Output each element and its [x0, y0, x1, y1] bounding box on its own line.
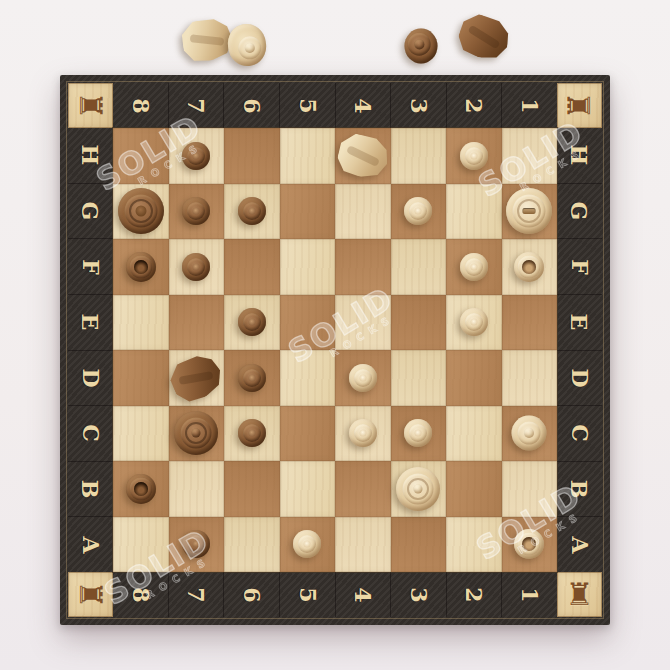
file-label: C	[566, 425, 592, 443]
rank-label-cell: 6	[223, 572, 279, 617]
file-label: C	[77, 425, 103, 443]
square-c8	[113, 406, 169, 462]
square-f7	[169, 239, 225, 295]
square-a7	[169, 517, 225, 573]
rook-icon: ♜	[564, 92, 595, 120]
file-label-cell: A	[557, 516, 602, 572]
square-a5	[280, 517, 336, 573]
square-h4	[335, 128, 391, 184]
file-label-cell: B	[68, 461, 113, 517]
knight-body	[455, 11, 514, 64]
square-d3	[391, 350, 447, 406]
file-label: D	[77, 368, 103, 387]
square-e7	[169, 295, 225, 351]
file-label-cell: B	[557, 461, 602, 517]
rank-label-cell: 6	[223, 83, 279, 128]
file-label: A	[566, 536, 592, 553]
square-c7	[169, 406, 225, 462]
square-a4	[335, 517, 391, 573]
square-e6	[224, 295, 280, 351]
rank-label: 7	[183, 587, 209, 602]
square-h1	[502, 128, 558, 184]
square-b5	[280, 461, 336, 517]
square-h3	[391, 128, 447, 184]
rook-icon: ♜	[75, 581, 106, 609]
rank-label-cell: 3	[390, 572, 446, 617]
square-e8	[113, 295, 169, 351]
square-g2	[446, 184, 502, 240]
bishop-mid	[238, 36, 261, 59]
square-g5	[280, 184, 336, 240]
square-b7	[169, 461, 225, 517]
square-f5	[280, 239, 336, 295]
rank-label-cell: 2	[446, 83, 502, 128]
file-label: H	[566, 145, 592, 166]
file-label-cell: D	[557, 350, 602, 406]
file-label: D	[566, 368, 592, 387]
file-label: G	[566, 202, 592, 221]
knight-mane	[467, 25, 500, 50]
rank-label: 8	[127, 587, 153, 602]
square-c1	[502, 406, 558, 462]
rank-label-cell: 7	[168, 572, 224, 617]
rank-label: 6	[239, 587, 265, 602]
square-d5	[280, 350, 336, 406]
file-label: B	[566, 480, 592, 499]
rank-label: 3	[405, 587, 431, 602]
bishop-mid	[408, 33, 431, 56]
rank-label-cell: 1	[501, 83, 557, 128]
square-e3	[391, 295, 447, 351]
knight-mane	[190, 34, 225, 46]
square-h2	[446, 128, 502, 184]
square-c6	[224, 406, 280, 462]
square-d4	[335, 350, 391, 406]
corner-emblem-top-left: ♜	[68, 83, 113, 128]
square-b4	[335, 461, 391, 517]
rank-label: 4	[350, 98, 376, 113]
file-label: F	[78, 259, 104, 275]
square-b8	[113, 461, 169, 517]
rank-label-cell: 4	[335, 572, 391, 617]
square-a2	[446, 517, 502, 573]
file-labels-right: HGFEDCBA	[557, 128, 602, 572]
file-label-cell: G	[68, 183, 113, 239]
square-e2	[446, 295, 502, 351]
rank-label: 6	[239, 98, 265, 113]
square-f8	[113, 239, 169, 295]
file-label-cell: F	[557, 238, 602, 294]
bishop-base	[225, 22, 268, 69]
square-f6	[224, 239, 280, 295]
rank-label-cell: 5	[279, 83, 335, 128]
rank-labels-top: 87654321	[113, 83, 557, 128]
corner-emblem-bottom-left: ♜	[68, 572, 113, 617]
rank-label-cell: 3	[390, 83, 446, 128]
square-d6	[224, 350, 280, 406]
file-label: E	[567, 314, 593, 331]
square-g7	[169, 184, 225, 240]
rank-label: 1	[517, 98, 543, 113]
rank-label: 1	[517, 587, 543, 602]
square-a6	[224, 517, 280, 573]
rank-label: 5	[294, 587, 320, 602]
square-h5	[280, 128, 336, 184]
file-label: B	[77, 480, 103, 499]
file-label-cell: C	[68, 405, 113, 461]
square-c3	[391, 406, 447, 462]
rank-label: 2	[461, 587, 487, 602]
scene: ♜ ♜ ♜ ♜ 87654321 87654321 HGFEDCBA HGFED…	[0, 0, 670, 670]
square-g3	[391, 184, 447, 240]
file-label: E	[78, 314, 104, 331]
rank-label-cell: 8	[113, 572, 168, 617]
file-label-cell: C	[557, 405, 602, 461]
rook-icon: ♜	[75, 92, 106, 120]
square-f3	[391, 239, 447, 295]
file-label: A	[77, 536, 103, 553]
square-c4	[335, 406, 391, 462]
rank-label: 5	[294, 98, 320, 113]
file-labels-left: HGFEDCBA	[68, 128, 113, 572]
square-b2	[446, 461, 502, 517]
bishop-base	[405, 29, 438, 64]
square-b6	[224, 461, 280, 517]
rank-label: 4	[350, 587, 376, 602]
file-label-cell: E	[557, 294, 602, 350]
bishop-ball	[245, 43, 255, 53]
square-d1	[502, 350, 558, 406]
file-label-cell: H	[68, 128, 113, 183]
square-d7	[169, 350, 225, 406]
square-c2	[446, 406, 502, 462]
bishop-ball	[414, 39, 424, 49]
square-c5	[280, 406, 336, 462]
file-label-cell: D	[68, 350, 113, 406]
file-label-cell: E	[68, 294, 113, 350]
square-e5	[280, 295, 336, 351]
square-h7	[169, 128, 225, 184]
square-a3	[391, 517, 447, 573]
file-label: H	[77, 145, 103, 166]
file-label-cell: F	[68, 238, 113, 294]
corner-emblem-top-right: ♜	[557, 83, 602, 128]
rank-label-cell: 2	[446, 572, 502, 617]
corner-emblem-bottom-right: ♜	[557, 572, 602, 617]
rank-label: 7	[183, 98, 209, 113]
square-d2	[446, 350, 502, 406]
file-label-cell: H	[557, 128, 602, 183]
square-g8	[113, 184, 169, 240]
square-f4	[335, 239, 391, 295]
square-b1	[502, 461, 558, 517]
rank-label-cell: 7	[168, 83, 224, 128]
rank-label: 2	[461, 98, 487, 113]
rank-labels-bottom: 87654321	[113, 572, 557, 617]
knight-body	[178, 14, 236, 65]
square-e1	[502, 295, 558, 351]
rank-label-cell: 4	[335, 83, 391, 128]
square-g4	[335, 184, 391, 240]
square-b3	[391, 461, 447, 517]
file-label-cell: G	[557, 183, 602, 239]
square-f1	[502, 239, 558, 295]
rank-label-cell: 5	[279, 572, 335, 617]
square-h6	[224, 128, 280, 184]
square-e4	[335, 295, 391, 351]
square-f2	[446, 239, 502, 295]
file-label: G	[77, 202, 103, 221]
rank-label: 3	[405, 98, 431, 113]
square-g6	[224, 184, 280, 240]
square-h8	[113, 128, 169, 184]
board-field	[113, 128, 557, 572]
rank-label: 8	[127, 98, 153, 113]
square-g1	[502, 184, 558, 240]
file-label: F	[567, 259, 593, 275]
rank-label-cell: 1	[501, 572, 557, 617]
file-label-cell: A	[68, 516, 113, 572]
square-a1	[502, 517, 558, 573]
square-a8	[113, 517, 169, 573]
rook-icon: ♜	[566, 579, 594, 610]
square-d8	[113, 350, 169, 406]
rank-label-cell: 8	[113, 83, 168, 128]
chess-board: ♜ ♜ ♜ ♜ 87654321 87654321 HGFEDCBA HGFED…	[60, 75, 610, 625]
